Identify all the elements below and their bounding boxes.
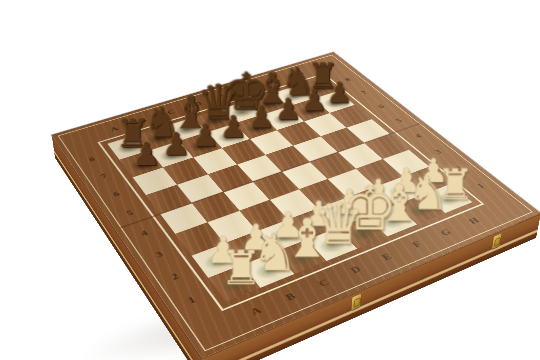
piece-white-rook-a1[interactable]: ♜ [220,244,262,291]
brass-clasp-2 [492,234,501,250]
pieces-layer: ♜♞♝♛♚♝♞♜♟♟♟♟♟♟♟♟♟♟♟♟♟♟♟♟♜♞♝♛♚♝♞♜ [52,52,540,358]
chess-board: AABBCCDDEEFFGGHH1122334455667788 ♜♞♝♛♚♝♞… [52,52,540,358]
piece-black-pawn-e7[interactable]: ♟ [248,102,275,132]
piece-black-pawn-d7[interactable]: ♟ [220,111,247,142]
product-photo: AABBCCDDEEFFGGHH1122334455667788 ♜♞♝♛♚♝♞… [0,0,540,360]
brass-clasp-1 [351,294,361,311]
piece-black-pawn-b7[interactable]: ♟ [162,129,190,160]
piece-black-pawn-a7[interactable]: ♟ [132,138,161,170]
piece-black-pawn-h7[interactable]: ♟ [327,78,353,107]
chess-box: AABBCCDDEEFFGGHH1122334455667788 ♜♞♝♛♚♝♞… [52,52,540,358]
piece-black-pawn-f7[interactable]: ♟ [275,94,302,124]
piece-black-pawn-g7[interactable]: ♟ [301,86,327,115]
piece-black-pawn-c7[interactable]: ♟ [191,120,219,151]
photo-scene: AABBCCDDEEFFGGHH1122334455667788 ♜♞♝♛♚♝♞… [0,0,540,360]
